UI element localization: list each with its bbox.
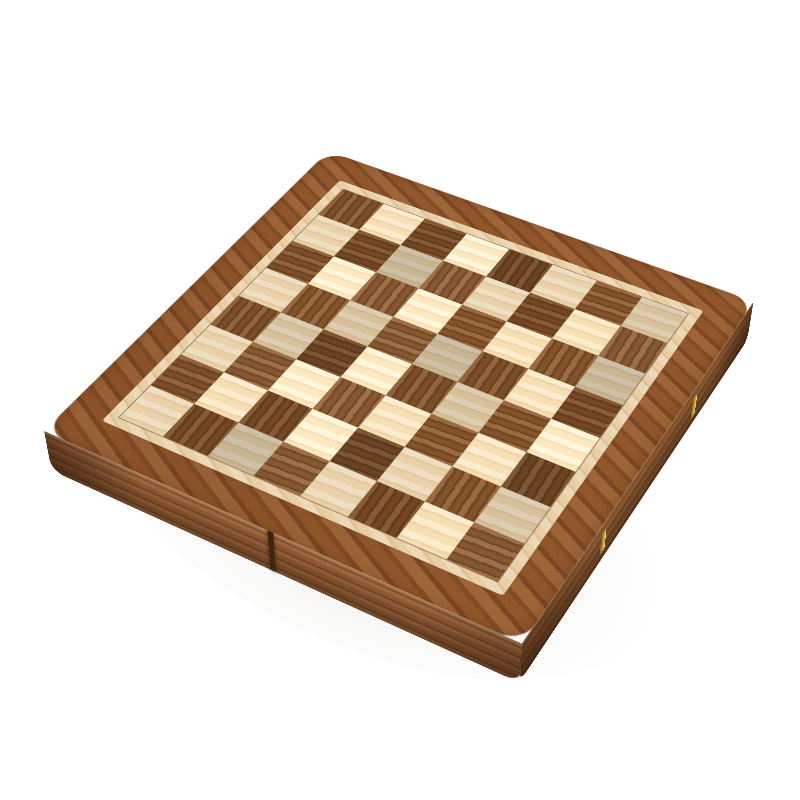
square-d2 bbox=[284, 409, 359, 461]
square-f2 bbox=[377, 447, 452, 502]
square-e4 bbox=[386, 364, 458, 414]
square-g1 bbox=[397, 502, 475, 560]
square-c2 bbox=[238, 390, 312, 441]
square-h1 bbox=[447, 522, 525, 581]
fold-seam bbox=[268, 530, 276, 572]
brass-hinge-upper bbox=[690, 393, 697, 420]
folding-chessboard bbox=[43, 151, 754, 645]
square-d3 bbox=[313, 377, 386, 428]
board-frame bbox=[43, 151, 754, 645]
square-h3 bbox=[501, 452, 576, 507]
square-e1 bbox=[300, 461, 377, 517]
square-h5 bbox=[551, 387, 623, 438]
product-photo bbox=[0, 0, 800, 800]
square-g3 bbox=[452, 433, 526, 487]
square-h2 bbox=[474, 487, 550, 544]
square-c1 bbox=[208, 423, 284, 476]
brass-hinge-lower bbox=[600, 528, 607, 556]
board-scene bbox=[152, 104, 672, 624]
square-c3 bbox=[268, 359, 341, 409]
square-h4 bbox=[527, 419, 600, 472]
square-g4 bbox=[479, 400, 552, 452]
